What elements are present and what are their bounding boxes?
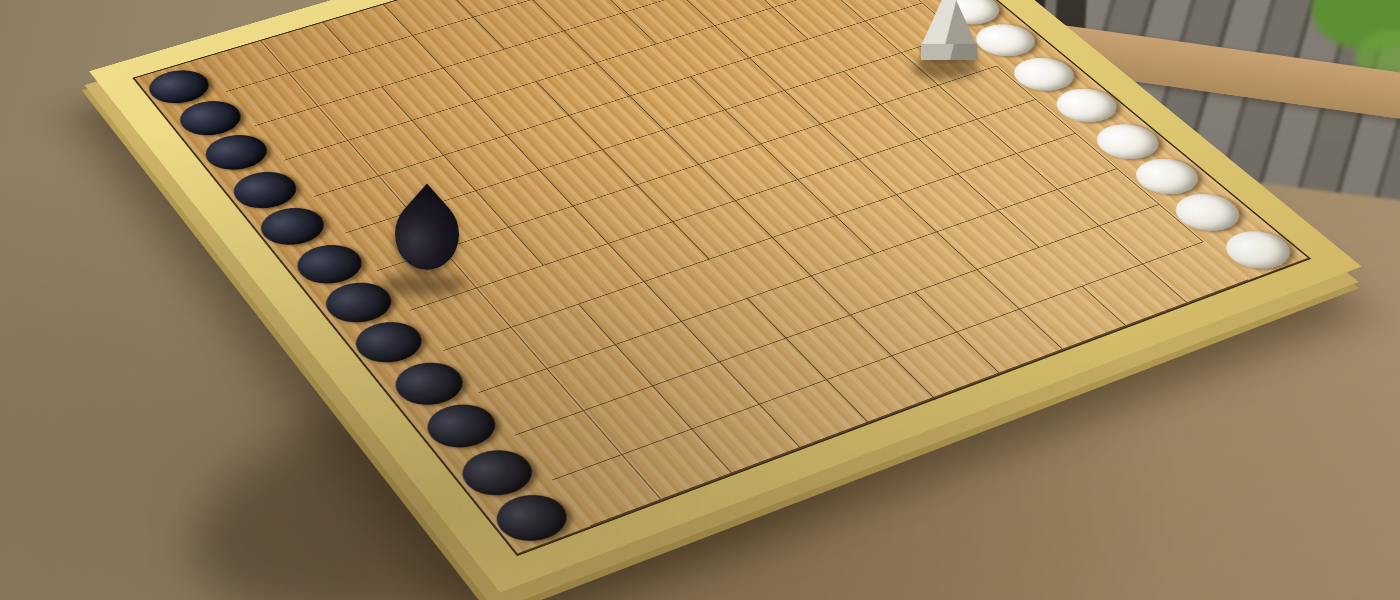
black-dux-pyramid[interactable] [388, 185, 466, 288]
photo-scene [0, 0, 1400, 600]
board-perspective-scene [0, 0, 1400, 600]
piece-shadow [381, 273, 467, 295]
board-grid [132, 0, 1311, 556]
white-dux-pyramid[interactable] [918, 0, 980, 72]
black-teardrop-shape [382, 184, 473, 285]
black-stone[interactable] [251, 201, 335, 252]
white-pyramid-shape [921, 0, 977, 46]
white-pyramid-base [921, 44, 977, 60]
latrunculi-board [89, 0, 1361, 592]
piece-shadow [912, 59, 980, 79]
